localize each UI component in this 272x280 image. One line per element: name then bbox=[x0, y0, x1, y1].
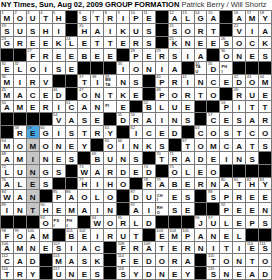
cell-r1c11[interactable]: 10P bbox=[130, 11, 143, 24]
cell-r20c1[interactable]: 112C bbox=[1, 254, 14, 267]
cell-r6c4[interactable]: V bbox=[40, 75, 53, 88]
cell-r2c5[interactable]: I bbox=[53, 24, 66, 37]
cell-r4c13[interactable]: 29R bbox=[156, 49, 169, 62]
cell-r13c7[interactable]: 73W bbox=[78, 165, 91, 178]
cell-r4c7[interactable]: B bbox=[78, 49, 91, 62]
cell-r20c3[interactable]: D bbox=[27, 254, 40, 267]
cell-r3c10[interactable]: E bbox=[117, 37, 130, 50]
cell-r19c10[interactable]: 108F bbox=[117, 242, 130, 255]
cell-r19c2[interactable]: M bbox=[14, 242, 27, 255]
cell-r14c1[interactable]: 76A bbox=[1, 178, 14, 191]
cell-r7c5[interactable]: 46D bbox=[53, 88, 66, 101]
cell-r1c16[interactable]: 14G bbox=[195, 11, 208, 24]
cell-r5c5[interactable]: S bbox=[53, 62, 66, 75]
cell-r14c8[interactable]: I bbox=[91, 178, 104, 191]
cell-r11c19[interactable]: A bbox=[233, 139, 246, 152]
cell-r18c16[interactable]: A bbox=[195, 229, 208, 242]
cell-r4c18[interactable]: 30O bbox=[220, 49, 233, 62]
cell-r6c1[interactable]: 36M bbox=[1, 75, 14, 88]
cell-r7c2[interactable]: A bbox=[14, 88, 27, 101]
cell-r6c19[interactable]: 42D bbox=[233, 75, 246, 88]
cell-r14c12[interactable]: 78R bbox=[143, 178, 156, 191]
cell-r10c9[interactable]: 61Y bbox=[104, 126, 117, 139]
cell-r8c18[interactable]: 53P bbox=[220, 101, 233, 114]
cell-r7c3[interactable]: C bbox=[27, 88, 40, 101]
cell-r6c16[interactable]: N bbox=[195, 75, 208, 88]
cell-r3c16[interactable]: E bbox=[195, 37, 208, 50]
cell-r20c2[interactable]: A bbox=[14, 254, 27, 267]
rebus-cell-alpha-r14c13[interactable]: 79A bbox=[156, 178, 169, 191]
cell-r21c1[interactable]: 116T bbox=[1, 267, 14, 280]
cell-r18c2[interactable]: 99O bbox=[14, 229, 27, 242]
cell-r18c13[interactable]: 103E bbox=[156, 229, 169, 242]
cell-r13c2[interactable]: U bbox=[14, 165, 27, 178]
cell-r3c18[interactable]: 26S bbox=[220, 37, 233, 50]
cell-r10c16[interactable]: 63C bbox=[195, 126, 208, 139]
cell-r5c10[interactable]: 33I bbox=[117, 62, 130, 75]
cell-r9c15[interactable]: S bbox=[182, 113, 195, 126]
cell-r8c13[interactable]: L bbox=[156, 101, 169, 114]
cell-r6c8[interactable]: 38I bbox=[91, 75, 104, 88]
cell-r3c15[interactable]: N bbox=[182, 37, 195, 50]
cell-r18c4[interactable]: M bbox=[40, 229, 53, 242]
cell-r18c6[interactable]: 101B bbox=[66, 229, 79, 242]
cell-r5c12[interactable]: N bbox=[143, 62, 156, 75]
cell-r10c19[interactable]: T bbox=[233, 126, 246, 139]
cell-r21c6[interactable]: N bbox=[66, 267, 79, 280]
cell-r6c15[interactable]: 41I bbox=[182, 75, 195, 88]
cell-r15c12[interactable]: U bbox=[143, 190, 156, 203]
cell-r3c21[interactable]: K bbox=[259, 37, 272, 50]
cell-r2c19[interactable]: 22V bbox=[233, 24, 246, 37]
cell-r6c2[interactable]: I bbox=[14, 75, 27, 88]
cell-r8c1[interactable]: 50A bbox=[1, 101, 14, 114]
cell-r16c19[interactable]: E bbox=[233, 203, 246, 216]
cell-r3c11[interactable]: R bbox=[130, 37, 143, 50]
cell-r8c19[interactable]: I bbox=[233, 101, 246, 114]
cell-r1c1[interactable]: 1M bbox=[1, 11, 14, 24]
cell-r18c9[interactable]: R bbox=[104, 229, 117, 242]
cell-r21c7[interactable]: E bbox=[78, 267, 91, 280]
cell-r21c10[interactable]: 118S bbox=[117, 267, 130, 280]
cell-r19c5[interactable]: 107S bbox=[53, 242, 66, 255]
cell-r2c21[interactable]: A bbox=[259, 24, 272, 37]
cell-r15c17[interactable]: 88S bbox=[207, 190, 220, 203]
cell-r7c11[interactable]: E bbox=[130, 88, 143, 101]
cell-r20c12[interactable]: D bbox=[143, 254, 156, 267]
cell-r13c17[interactable]: O bbox=[207, 165, 220, 178]
cell-r3c2[interactable]: R bbox=[14, 37, 27, 50]
cell-r1c8[interactable]: 7T bbox=[91, 11, 104, 24]
rebus-cell-theta-r7c9[interactable]: T bbox=[104, 88, 117, 101]
cell-r3c3[interactable]: E bbox=[27, 37, 40, 50]
cell-r20c10[interactable]: 114F bbox=[117, 254, 130, 267]
cell-r4c11[interactable]: 28P bbox=[130, 49, 143, 62]
cell-r5c13[interactable]: I bbox=[156, 62, 169, 75]
cell-r5c4[interactable]: I bbox=[40, 62, 53, 75]
cell-r18c14[interactable]: 104M bbox=[169, 229, 182, 242]
cell-r20c15[interactable]: A bbox=[182, 254, 195, 267]
cell-r15c19[interactable]: R bbox=[233, 190, 246, 203]
cell-r2c7[interactable]: 20H bbox=[78, 24, 91, 37]
cell-r2c9[interactable]: I bbox=[104, 24, 117, 37]
cell-r16c4[interactable]: 90H bbox=[40, 203, 53, 216]
cell-r3c8[interactable]: T bbox=[91, 37, 104, 50]
cell-r21c12[interactable]: D bbox=[143, 267, 156, 280]
cell-r8c14[interactable]: U bbox=[169, 101, 182, 114]
cell-r17c19[interactable]: E bbox=[233, 216, 246, 229]
cell-r16c18[interactable]: 92P bbox=[220, 203, 233, 216]
cell-r8c15[interactable]: E bbox=[182, 101, 195, 114]
cell-r20c20[interactable]: T bbox=[246, 254, 259, 267]
cell-r12c3[interactable]: I bbox=[27, 152, 40, 165]
cell-r12c10[interactable]: N bbox=[117, 152, 130, 165]
cell-r9c11[interactable]: 56R bbox=[130, 113, 143, 126]
cell-r4c21[interactable]: S bbox=[259, 49, 272, 62]
cell-r9c10[interactable]: 55D bbox=[117, 113, 130, 126]
cell-r16c20[interactable]: E bbox=[246, 203, 259, 216]
cell-r12c17[interactable]: E bbox=[207, 152, 220, 165]
cell-r13c15[interactable]: L bbox=[182, 165, 195, 178]
cell-r3c7[interactable]: E bbox=[78, 37, 91, 50]
cell-r2c11[interactable]: U bbox=[130, 24, 143, 37]
cell-r15c11[interactable]: 87D bbox=[130, 190, 143, 203]
cell-r14c2[interactable]: L bbox=[14, 178, 27, 191]
cell-r2c20[interactable]: I bbox=[246, 24, 259, 37]
cell-r13c5[interactable]: S bbox=[53, 165, 66, 178]
cell-r11c21[interactable]: S bbox=[259, 139, 272, 152]
cell-r4c19[interactable]: N bbox=[233, 49, 246, 62]
cell-r10c13[interactable]: E bbox=[156, 126, 169, 139]
cell-r12c2[interactable]: M bbox=[14, 152, 27, 165]
cell-r1c2[interactable]: 2O bbox=[14, 11, 27, 24]
cell-r20c5[interactable]: 113M bbox=[53, 254, 66, 267]
cell-r2c16[interactable]: R bbox=[195, 24, 208, 37]
cell-r18c15[interactable]: 105P bbox=[182, 229, 195, 242]
cell-r3c1[interactable]: 23G bbox=[1, 37, 14, 50]
cell-r13c1[interactable]: 72L bbox=[1, 165, 14, 178]
cell-r11c10[interactable]: 66I bbox=[117, 139, 130, 152]
cell-r10c20[interactable]: C bbox=[246, 126, 259, 139]
cell-r2c14[interactable]: 21S bbox=[169, 24, 182, 37]
cell-r17c17[interactable]: 97U bbox=[207, 216, 220, 229]
cell-r15c21[interactable]: E bbox=[259, 190, 272, 203]
cell-r21c19[interactable]: E bbox=[233, 267, 246, 280]
cell-r4c12[interactable]: E bbox=[143, 49, 156, 62]
cell-r5c2[interactable]: 32L bbox=[14, 62, 27, 75]
cell-r11c3[interactable]: M bbox=[27, 139, 40, 152]
cell-r13c11[interactable]: E bbox=[130, 165, 143, 178]
cell-r1c9[interactable]: 8R bbox=[104, 11, 117, 24]
cell-r15c1[interactable]: 84W bbox=[1, 190, 14, 203]
cell-r20c6[interactable]: A bbox=[66, 254, 79, 267]
cell-r14c16[interactable]: R bbox=[195, 178, 208, 191]
cell-r14c7[interactable]: 77H bbox=[78, 178, 91, 191]
cell-r21c20[interactable]: A bbox=[246, 267, 259, 280]
cell-r12c19[interactable]: N bbox=[233, 152, 246, 165]
cell-r11c5[interactable]: N bbox=[53, 139, 66, 152]
cell-r15c18[interactable]: P bbox=[220, 190, 233, 203]
cell-r9c18[interactable]: E bbox=[220, 113, 233, 126]
cell-r18c7[interactable]: 102E bbox=[78, 229, 91, 242]
cell-r1c19[interactable]: 16A bbox=[233, 11, 246, 24]
cell-r4c8[interactable]: E bbox=[91, 49, 104, 62]
cell-r15c8[interactable]: L bbox=[91, 190, 104, 203]
cell-r6c3[interactable]: R bbox=[27, 75, 40, 88]
cell-r20c19[interactable]: N bbox=[233, 254, 246, 267]
cell-r10c4[interactable]: 60G bbox=[40, 126, 53, 139]
cell-r14c21[interactable]: 83Y bbox=[259, 178, 272, 191]
cell-r16c14[interactable]: S bbox=[169, 203, 182, 216]
cell-r13c12[interactable]: 74D bbox=[143, 165, 156, 178]
cell-r16c11[interactable]: 91A bbox=[130, 203, 143, 216]
cell-r13c9[interactable]: R bbox=[104, 165, 117, 178]
cell-r4c9[interactable]: E bbox=[104, 49, 117, 62]
cell-r12c18[interactable]: I bbox=[220, 152, 233, 165]
cell-r14c17[interactable]: N bbox=[207, 178, 220, 191]
cell-r1c3[interactable]: 3U bbox=[27, 11, 40, 24]
cell-r11c13[interactable]: S bbox=[156, 139, 169, 152]
cell-r3c20[interactable]: C bbox=[246, 37, 259, 50]
cell-r12c9[interactable]: U bbox=[104, 152, 117, 165]
cell-r8c6[interactable]: 51C bbox=[66, 101, 79, 114]
cell-r7c19[interactable]: 49R bbox=[233, 88, 246, 101]
cell-r10c5[interactable]: I bbox=[53, 126, 66, 139]
cell-r10c21[interactable]: O bbox=[259, 126, 272, 139]
cell-r15c20[interactable]: E bbox=[246, 190, 259, 203]
cell-r2c17[interactable]: T bbox=[207, 24, 220, 37]
cell-r13c3[interactable]: N bbox=[27, 165, 40, 178]
cell-r7c20[interactable]: U bbox=[246, 88, 259, 101]
cell-r11c2[interactable]: O bbox=[14, 139, 27, 152]
cell-r9c6[interactable]: A bbox=[66, 113, 79, 126]
rebus-cell-chi-r15c13[interactable]: CHI bbox=[156, 190, 169, 203]
cell-r19c6[interactable]: I bbox=[66, 242, 79, 255]
cell-r8c8[interactable]: N bbox=[91, 101, 104, 114]
cell-r10c3[interactable]: 59E bbox=[27, 126, 40, 139]
cell-r12c4[interactable]: N bbox=[40, 152, 53, 165]
cell-r3c17[interactable]: E bbox=[207, 37, 220, 50]
cell-r7c14[interactable]: O bbox=[169, 88, 182, 101]
rebus-cell-delta-r5c17[interactable]: 35D bbox=[207, 62, 220, 75]
cell-r11c11[interactable]: N bbox=[130, 139, 143, 152]
cell-r11c7[interactable]: Y bbox=[78, 139, 91, 152]
cell-r17c20[interactable]: P bbox=[246, 216, 259, 229]
cell-r6c20[interactable]: 43O bbox=[246, 75, 259, 88]
cell-r3c14[interactable]: 25K bbox=[169, 37, 182, 50]
cell-r18c10[interactable]: U bbox=[117, 229, 130, 242]
cell-r2c4[interactable]: H bbox=[40, 24, 53, 37]
cell-r7c7[interactable]: 47O bbox=[78, 88, 91, 101]
cell-r12c20[interactable]: S bbox=[246, 152, 259, 165]
cell-r19c21[interactable]: 111S bbox=[259, 242, 272, 255]
cell-r2c15[interactable]: O bbox=[182, 24, 195, 37]
cell-r5c1[interactable]: 31E bbox=[1, 62, 14, 75]
cell-r8c7[interactable]: A bbox=[78, 101, 91, 114]
cell-r19c8[interactable]: C bbox=[91, 242, 104, 255]
cell-r8c21[interactable]: T bbox=[259, 101, 272, 114]
cell-r6c14[interactable]: R bbox=[169, 75, 182, 88]
cell-r14c14[interactable]: B bbox=[169, 178, 182, 191]
cell-r17c9[interactable]: O bbox=[104, 216, 117, 229]
cell-r17c11[interactable]: L bbox=[130, 216, 143, 229]
cell-r21c5[interactable]: 117U bbox=[53, 267, 66, 280]
cell-r15c9[interactable]: O bbox=[104, 190, 117, 203]
cell-r10c2[interactable]: 58R bbox=[14, 126, 27, 139]
cell-r11c16[interactable]: O bbox=[195, 139, 208, 152]
cell-r4c20[interactable]: E bbox=[246, 49, 259, 62]
cell-r16c3[interactable]: T bbox=[27, 203, 40, 216]
cell-r14c4[interactable]: S bbox=[40, 178, 53, 191]
cell-r14c3[interactable]: E bbox=[27, 178, 40, 191]
cell-r4c14[interactable]: S bbox=[169, 49, 182, 62]
cell-r21c8[interactable]: S bbox=[91, 267, 104, 280]
cell-r4c15[interactable]: I bbox=[182, 49, 195, 62]
cell-r16c7[interactable]: A bbox=[78, 203, 91, 216]
cell-r4c16[interactable]: A bbox=[195, 49, 208, 62]
cell-r7c13[interactable]: 48P bbox=[156, 88, 169, 101]
cell-r12c8[interactable]: 69B bbox=[91, 152, 104, 165]
cell-r18c1[interactable]: 98F bbox=[1, 229, 14, 242]
cell-r19c13[interactable]: T bbox=[156, 242, 169, 255]
cell-r1c14[interactable]: 12A bbox=[169, 11, 182, 24]
cell-r9c8[interactable]: E bbox=[91, 113, 104, 126]
cell-r15c7[interactable]: O bbox=[78, 190, 91, 203]
cell-r13c8[interactable]: A bbox=[91, 165, 104, 178]
cell-r18c3[interactable]: 100A bbox=[27, 229, 40, 242]
cell-r5c6[interactable]: E bbox=[66, 62, 79, 75]
cell-r18c18[interactable]: E bbox=[220, 229, 233, 242]
cell-r7c17[interactable]: O bbox=[207, 88, 220, 101]
cell-r1c4[interactable]: 4T bbox=[40, 11, 53, 24]
cell-r9c20[interactable]: A bbox=[246, 113, 259, 126]
cell-r12c11[interactable]: S bbox=[130, 152, 143, 165]
cell-r12c1[interactable]: 68A bbox=[1, 152, 14, 165]
cell-r20c8[interactable]: K bbox=[91, 254, 104, 267]
cell-r10c12[interactable]: C bbox=[143, 126, 156, 139]
cell-r7c4[interactable]: E bbox=[40, 88, 53, 101]
cell-r7c21[interactable]: E bbox=[259, 88, 272, 101]
cell-r1c5[interactable]: 5H bbox=[53, 11, 66, 24]
cell-r19c19[interactable]: I bbox=[233, 242, 246, 255]
cell-r9c17[interactable]: 57C bbox=[207, 113, 220, 126]
cell-r11c12[interactable]: K bbox=[143, 139, 156, 152]
cell-r14c18[interactable]: 80A bbox=[220, 178, 233, 191]
cell-r3c19[interactable]: O bbox=[233, 37, 246, 50]
cell-r10c6[interactable]: S bbox=[66, 126, 79, 139]
rebus-cell-tau-r5c16[interactable]: 34TAU bbox=[195, 62, 208, 75]
cell-r9c5[interactable]: 54V bbox=[53, 113, 66, 126]
cell-r20c11[interactable]: E bbox=[130, 254, 143, 267]
cell-r16c8[interactable]: I bbox=[91, 203, 104, 216]
cell-r12c13[interactable]: 70T bbox=[156, 152, 169, 165]
cell-r14c19[interactable]: 81T bbox=[233, 178, 246, 191]
cell-r2c10[interactable]: K bbox=[117, 24, 130, 37]
cell-r7c1[interactable]: 45M bbox=[1, 88, 14, 101]
cell-r14c10[interactable]: O bbox=[117, 178, 130, 191]
cell-r9c13[interactable]: I bbox=[156, 113, 169, 126]
cell-r6c13[interactable]: 40P bbox=[156, 75, 169, 88]
cell-r19c12[interactable]: 109A bbox=[143, 242, 156, 255]
cell-r9c7[interactable]: S bbox=[78, 113, 91, 126]
cell-r15c5[interactable]: 85P bbox=[53, 190, 66, 203]
cell-r1c17[interactable]: 15A bbox=[207, 11, 220, 24]
cell-r8c4[interactable]: R bbox=[40, 101, 53, 114]
cell-r11c1[interactable]: 64M bbox=[1, 139, 14, 152]
cell-r16c21[interactable]: N bbox=[259, 203, 272, 216]
cell-r19c15[interactable]: R bbox=[182, 242, 195, 255]
rebus-cell-phi-r5c18[interactable]: PHI bbox=[220, 62, 233, 75]
cell-r7c16[interactable]: T bbox=[195, 88, 208, 101]
cell-r19c20[interactable]: 110E bbox=[246, 242, 259, 255]
rebus-cell-psi-r17c5[interactable]: PSI bbox=[53, 216, 66, 229]
cell-r16c9[interactable]: N bbox=[104, 203, 117, 216]
rebus-cell-phi-r17c6[interactable]: PHI bbox=[66, 216, 79, 229]
cell-r11c4[interactable]: O bbox=[40, 139, 53, 152]
cell-r21c17[interactable]: 119S bbox=[207, 267, 220, 280]
cell-r4c6[interactable]: E bbox=[66, 49, 79, 62]
cell-r16c5[interactable]: E bbox=[53, 203, 66, 216]
cell-r21c11[interactable]: Y bbox=[130, 267, 143, 280]
cell-r8c2[interactable]: M bbox=[14, 101, 27, 114]
cell-r16c6[interactable]: M bbox=[66, 203, 79, 216]
cell-r11c9[interactable]: 65O bbox=[104, 139, 117, 152]
cell-r10c11[interactable]: 62I bbox=[130, 126, 143, 139]
cell-r13c14[interactable]: 75O bbox=[169, 165, 182, 178]
cell-r6c17[interactable]: C bbox=[207, 75, 220, 88]
cell-r7c15[interactable]: R bbox=[182, 88, 195, 101]
cell-r6c21[interactable]: 44M bbox=[259, 75, 272, 88]
cell-r15c14[interactable]: E bbox=[169, 190, 182, 203]
cell-r9c21[interactable]: R bbox=[259, 113, 272, 126]
cell-r19c4[interactable]: E bbox=[40, 242, 53, 255]
cell-r11c17[interactable]: M bbox=[207, 139, 220, 152]
cell-r12c5[interactable]: E bbox=[53, 152, 66, 165]
cell-r12c15[interactable]: A bbox=[182, 152, 195, 165]
cell-r12c16[interactable]: D bbox=[195, 152, 208, 165]
cell-r2c12[interactable]: S bbox=[143, 24, 156, 37]
cell-r13c10[interactable]: D bbox=[117, 165, 130, 178]
cell-r11c6[interactable]: E bbox=[66, 139, 79, 152]
cell-r16c2[interactable]: N bbox=[14, 203, 27, 216]
cell-r6c18[interactable]: E bbox=[220, 75, 233, 88]
cell-r1c21[interactable]: 18Y bbox=[259, 11, 272, 24]
cell-r4c4[interactable]: R bbox=[40, 49, 53, 62]
rebus-cell-pi-r8c9[interactable]: PI bbox=[104, 101, 117, 114]
cell-r8c20[interactable]: T bbox=[246, 101, 259, 114]
cell-r9c12[interactable]: A bbox=[143, 113, 156, 126]
cell-r11c18[interactable]: C bbox=[220, 139, 233, 152]
cell-r17c8[interactable]: 94W bbox=[91, 216, 104, 229]
cell-r14c9[interactable]: H bbox=[104, 178, 117, 191]
cell-r1c12[interactable]: 11E bbox=[143, 11, 156, 24]
cell-r16c15[interactable]: E bbox=[182, 203, 195, 216]
cell-r4c3[interactable]: 27F bbox=[27, 49, 40, 62]
cell-r17c10[interactable]: 95R bbox=[117, 216, 130, 229]
cell-r18c19[interactable]: L bbox=[233, 229, 246, 242]
cell-r17c16[interactable]: 96J bbox=[195, 216, 208, 229]
cell-r9c19[interactable]: S bbox=[233, 113, 246, 126]
cell-r10c18[interactable]: S bbox=[220, 126, 233, 139]
cell-r6c10[interactable]: N bbox=[117, 75, 130, 88]
cell-r10c8[interactable]: R bbox=[91, 126, 104, 139]
cell-r2c1[interactable]: 19S bbox=[1, 24, 14, 37]
cell-r20c13[interactable]: O bbox=[156, 254, 169, 267]
cell-r14c20[interactable]: 82H bbox=[246, 178, 259, 191]
crossword-grid[interactable]: 1M2O3U4T5H6S7T8R9I10P11E12A13L14G15A16A1… bbox=[0, 10, 272, 280]
cell-r6c7[interactable]: 37T bbox=[78, 75, 91, 88]
cell-r1c15[interactable]: 13L bbox=[182, 11, 195, 24]
